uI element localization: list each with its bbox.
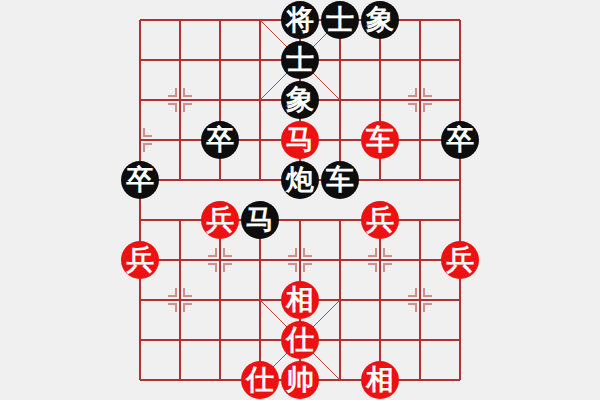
piece-black-pawn[interactable]: 卒 — [201, 121, 239, 159]
piece-black-pawn[interactable]: 卒 — [441, 121, 479, 159]
piece-red-advisor[interactable]: 仕 — [281, 321, 319, 359]
piece-black-horse[interactable]: 马 — [241, 201, 279, 239]
piece-black-elephant[interactable]: 象 — [281, 81, 319, 119]
piece-red-elephant[interactable]: 相 — [281, 281, 319, 319]
piece-red-elephant[interactable]: 相 — [361, 361, 399, 399]
piece-black-cannon[interactable]: 炮 — [281, 161, 319, 199]
piece-black-chariot[interactable]: 车 — [321, 161, 359, 199]
piece-red-pawn[interactable]: 兵 — [201, 201, 239, 239]
piece-black-advisor[interactable]: 士 — [321, 1, 359, 39]
piece-black-general[interactable]: 将 — [281, 1, 319, 39]
piece-black-advisor[interactable]: 士 — [281, 41, 319, 79]
piece-red-horse[interactable]: 马 — [281, 121, 319, 159]
piece-red-pawn[interactable]: 兵 — [441, 241, 479, 279]
piece-red-general[interactable]: 帅 — [281, 361, 319, 399]
pieces-layer: 将士象士象卒马车卒卒炮车兵马兵兵兵相仕仕帅相 — [120, 0, 480, 400]
piece-black-pawn[interactable]: 卒 — [121, 161, 159, 199]
piece-red-chariot[interactable]: 车 — [361, 121, 399, 159]
piece-red-advisor[interactable]: 仕 — [241, 361, 279, 399]
piece-red-pawn[interactable]: 兵 — [361, 201, 399, 239]
piece-red-pawn[interactable]: 兵 — [121, 241, 159, 279]
piece-black-elephant[interactable]: 象 — [361, 1, 399, 39]
xiangqi-board[interactable]: 将士象士象卒马车卒卒炮车兵马兵兵兵相仕仕帅相 — [0, 0, 600, 400]
